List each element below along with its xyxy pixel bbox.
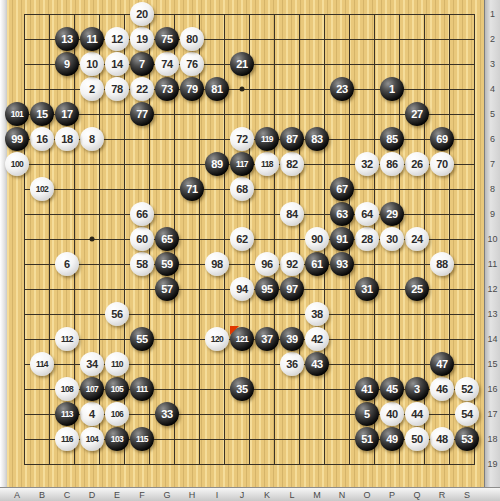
stone-number: 9 [64,59,70,70]
stone-number: 13 [61,34,73,45]
stone-number: 59 [161,259,173,270]
stone-number: 1 [389,84,395,95]
stone-79[interactable]: 79 [180,77,204,101]
stone-number: 56 [111,309,123,320]
stone-number: 100 [11,160,23,169]
stone-9[interactable]: 9 [55,52,79,76]
stone-number: 62 [236,234,248,245]
stone-95[interactable]: 95 [255,277,279,301]
stone-66[interactable]: 66 [130,202,154,226]
stone-49[interactable]: 49 [380,427,404,451]
stone-number: 78 [111,84,123,95]
stone-number: 7 [139,59,145,70]
stone-number: 89 [211,159,223,170]
stones-layer: 1234567891011121314151617181920212223242… [0,0,500,501]
stone-50[interactable]: 50 [405,427,429,451]
stone-106[interactable]: 106 [105,402,129,426]
stone-33[interactable]: 33 [155,402,179,426]
stone-number: 96 [261,259,273,270]
stone-93[interactable]: 93 [330,252,354,276]
stone-118[interactable]: 118 [255,152,279,176]
stone-number: 12 [111,34,123,45]
stone-number: 112 [61,335,73,344]
column-label: E [114,490,120,500]
stone-number: 81 [211,84,223,95]
stone-number: 34 [86,359,98,370]
column-label: B [39,490,45,500]
stone-20[interactable]: 20 [130,2,154,26]
stone-21[interactable]: 21 [230,52,254,76]
column-label: K [264,490,270,500]
stone-number: 120 [211,335,223,344]
stone-number: 3 [414,384,420,395]
stone-number: 18 [61,134,73,145]
stone-111[interactable]: 111 [130,377,154,401]
stone-74[interactable]: 74 [155,52,179,76]
stone-number: 104 [86,435,98,444]
stone-number: 11 [86,34,97,45]
stone-number: 55 [136,334,148,345]
column-coordinates: ABCDEFGHIJKLMNOPQRS [0,487,500,501]
stone-number: 76 [186,59,198,70]
stone-89[interactable]: 89 [205,152,229,176]
stone-number: 66 [136,209,148,220]
stone-101[interactable]: 101 [5,102,29,126]
column-label: I [216,490,219,500]
stone-114[interactable]: 114 [30,352,54,376]
stone-110[interactable]: 110 [105,352,129,376]
stone-number: 102 [36,185,48,194]
stone-51[interactable]: 51 [355,427,379,451]
column-label: S [464,490,470,500]
stone-number: 115 [136,435,148,444]
stone-90[interactable]: 90 [305,227,329,251]
stone-number: 80 [186,34,198,45]
stone-99[interactable]: 99 [5,127,29,151]
stone-number: 2 [89,84,95,95]
stone-35[interactable]: 35 [230,377,254,401]
stone-102[interactable]: 102 [30,177,54,201]
stone-115[interactable]: 115 [130,427,154,451]
stone-number: 67 [336,184,348,195]
stone-number: 35 [236,384,248,395]
stone-68[interactable]: 68 [230,177,254,201]
stone-number: 51 [361,434,373,445]
stone-45[interactable]: 45 [380,377,404,401]
stone-105[interactable]: 105 [105,377,129,401]
stone-number: 103 [111,435,123,444]
stone-46[interactable]: 46 [430,377,454,401]
stone-43[interactable]: 43 [305,352,329,376]
column-label: H [189,490,196,500]
stone-31[interactable]: 31 [355,277,379,301]
stone-number: 5 [364,409,370,420]
stone-number: 92 [286,259,298,270]
stone-number: 65 [161,234,173,245]
stone-number: 71 [186,184,198,195]
stone-96[interactable]: 96 [255,252,279,276]
stone-97[interactable]: 97 [280,277,304,301]
stone-14[interactable]: 14 [105,52,129,76]
stone-17[interactable]: 17 [55,102,79,126]
stone-103[interactable]: 103 [105,427,129,451]
stone-number: 45 [386,384,398,395]
stone-70[interactable]: 70 [430,152,454,176]
stone-6[interactable]: 6 [55,252,79,276]
stone-number: 41 [361,384,373,395]
stone-7[interactable]: 7 [130,52,154,76]
stone-2[interactable]: 2 [80,77,104,101]
stone-8[interactable]: 8 [80,127,104,151]
stone-120[interactable]: 120 [205,327,229,351]
stone-number: 53 [461,434,473,445]
stone-87[interactable]: 87 [280,127,304,151]
stone-83[interactable]: 83 [305,127,329,151]
stone-number: 49 [386,434,398,445]
stone-117[interactable]: 117 [230,152,254,176]
column-label: J [240,490,245,500]
stone-number: 69 [436,134,448,145]
stone-number: 42 [311,334,323,345]
stone-77[interactable]: 77 [130,102,154,126]
stone-55[interactable]: 55 [130,327,154,351]
stone-56[interactable]: 56 [105,302,129,326]
stone-number: 79 [186,84,198,95]
column-label: P [389,490,395,500]
stone-number: 119 [261,135,273,144]
stone-number: 75 [161,34,173,45]
stone-number: 29 [386,209,398,220]
stone-number: 107 [86,385,98,394]
column-label: G [163,490,170,500]
column-label: C [64,490,71,500]
stone-72[interactable]: 72 [230,127,254,151]
stone-81[interactable]: 81 [205,77,229,101]
stone-24[interactable]: 24 [405,227,429,251]
stone-number: 32 [361,159,373,170]
stone-number: 38 [311,309,323,320]
stone-75[interactable]: 75 [155,27,179,51]
stone-number: 98 [211,259,223,270]
stone-number: 90 [311,234,323,245]
stone-number: 47 [436,359,448,370]
stone-number: 39 [286,334,298,345]
stone-100[interactable]: 100 [5,152,29,176]
stone-number: 108 [61,385,73,394]
stone-number: 60 [136,234,148,245]
stone-13[interactable]: 13 [55,27,79,51]
stone-82[interactable]: 82 [280,152,304,176]
stone-number: 16 [36,134,48,145]
stone-number: 43 [311,359,323,370]
stone-73[interactable]: 73 [155,77,179,101]
stone-number: 113 [61,410,73,419]
stone-62[interactable]: 62 [230,227,254,251]
stone-19[interactable]: 19 [130,27,154,51]
stone-number: 95 [261,284,273,295]
column-label: F [139,490,145,500]
stone-number: 110 [111,360,123,369]
column-label: M [313,490,321,500]
stone-26[interactable]: 26 [405,152,429,176]
stone-86[interactable]: 86 [380,152,404,176]
stone-71[interactable]: 71 [180,177,204,201]
stone-number: 68 [236,184,248,195]
stone-number: 44 [411,409,423,420]
go-game-diagram: 1234567891011121314151617181920212223242… [0,0,500,501]
stone-91[interactable]: 91 [330,227,354,251]
stone-1[interactable]: 1 [380,77,404,101]
stone-number: 17 [61,109,73,120]
stone-number: 33 [161,409,173,420]
column-label: R [439,490,446,500]
stone-number: 10 [86,59,98,70]
stone-number: 63 [336,209,348,220]
stone-42[interactable]: 42 [305,327,329,351]
stone-53[interactable]: 53 [455,427,479,451]
column-label: N [339,490,346,500]
stone-number: 101 [11,110,23,119]
stone-number: 57 [161,284,173,295]
stone-92[interactable]: 92 [280,252,304,276]
stone-69[interactable]: 69 [430,127,454,151]
stone-38[interactable]: 38 [305,302,329,326]
stone-98[interactable]: 98 [205,252,229,276]
stone-number: 54 [461,409,473,420]
stone-number: 105 [111,385,123,394]
stone-number: 19 [136,34,148,45]
column-label: L [289,490,294,500]
stone-number: 28 [361,234,373,245]
last-move-marker-icon [230,326,239,335]
stone-number: 25 [411,284,423,295]
column-label: A [14,490,20,500]
stone-number: 74 [161,59,173,70]
stone-63[interactable]: 63 [330,202,354,226]
stone-113[interactable]: 113 [55,402,79,426]
stone-number: 6 [64,259,70,270]
stone-number: 52 [461,384,473,395]
stone-61[interactable]: 61 [305,252,329,276]
stone-number: 27 [411,109,423,120]
stone-number: 106 [111,410,123,419]
stone-number: 94 [236,284,248,295]
stone-64[interactable]: 64 [355,202,379,226]
column-label: O [363,490,370,500]
stone-number: 72 [236,134,248,145]
stone-34[interactable]: 34 [80,352,104,376]
stone-number: 58 [136,259,148,270]
stone-4[interactable]: 4 [80,402,104,426]
stone-28[interactable]: 28 [355,227,379,251]
stone-number: 21 [236,59,248,70]
stone-number: 37 [261,334,273,345]
stone-11[interactable]: 11 [80,27,104,51]
stone-number: 22 [136,84,148,95]
stone-number: 15 [36,109,48,120]
stone-12[interactable]: 12 [105,27,129,51]
stone-number: 111 [136,385,147,394]
stone-54[interactable]: 54 [455,402,479,426]
stone-number: 20 [136,9,148,20]
column-label: Q [413,490,420,500]
stone-119[interactable]: 119 [255,127,279,151]
stone-3[interactable]: 3 [405,377,429,401]
stone-number: 93 [336,259,348,270]
stone-40[interactable]: 40 [380,402,404,426]
stone-number: 86 [386,159,398,170]
stone-85[interactable]: 85 [380,127,404,151]
stone-number: 50 [411,434,423,445]
stone-number: 97 [286,284,298,295]
stone-number: 8 [89,134,95,145]
stone-60[interactable]: 60 [130,227,154,251]
stone-27[interactable]: 27 [405,102,429,126]
stone-number: 82 [286,159,298,170]
stone-5[interactable]: 5 [355,402,379,426]
stone-78[interactable]: 78 [105,77,129,101]
stone-67[interactable]: 67 [330,177,354,201]
stone-37[interactable]: 37 [255,327,279,351]
stone-84[interactable]: 84 [280,202,304,226]
stone-47[interactable]: 47 [430,352,454,376]
stone-number: 87 [286,134,298,145]
stone-23[interactable]: 23 [330,77,354,101]
stone-18[interactable]: 18 [55,127,79,151]
stone-number: 84 [286,209,298,220]
stone-number: 24 [411,234,423,245]
stone-number: 91 [336,234,348,245]
stone-116[interactable]: 116 [55,427,79,451]
stone-80[interactable]: 80 [180,27,204,51]
stone-32[interactable]: 32 [355,152,379,176]
stone-58[interactable]: 58 [130,252,154,276]
stone-number: 116 [61,435,73,444]
stone-65[interactable]: 65 [155,227,179,251]
stone-number: 83 [311,134,323,145]
stone-48[interactable]: 48 [430,427,454,451]
stone-44[interactable]: 44 [405,402,429,426]
stone-52[interactable]: 52 [455,377,479,401]
stone-25[interactable]: 25 [405,277,429,301]
stone-number: 117 [236,160,248,169]
stone-number: 73 [161,84,173,95]
stone-number: 99 [11,134,23,145]
stone-22[interactable]: 22 [130,77,154,101]
stone-76[interactable]: 76 [180,52,204,76]
stone-number: 23 [336,84,348,95]
stone-36[interactable]: 36 [280,352,304,376]
column-label: D [89,490,96,500]
stone-number: 40 [386,409,398,420]
stone-112[interactable]: 112 [55,327,79,351]
stone-57[interactable]: 57 [155,277,179,301]
stone-number: 4 [89,409,95,420]
stone-108[interactable]: 108 [55,377,79,401]
stone-30[interactable]: 30 [380,227,404,251]
stone-107[interactable]: 107 [80,377,104,401]
stone-121[interactable]: 121 [230,327,254,351]
stone-number: 48 [436,434,448,445]
stone-number: 121 [236,335,248,344]
stone-10[interactable]: 10 [80,52,104,76]
stone-number: 77 [136,109,148,120]
stone-number: 88 [436,259,448,270]
stone-number: 14 [111,59,123,70]
stone-29[interactable]: 29 [380,202,404,226]
stone-15[interactable]: 15 [30,102,54,126]
stone-number: 118 [261,160,273,169]
stone-number: 30 [386,234,398,245]
stone-59[interactable]: 59 [155,252,179,276]
stone-number: 31 [361,284,373,295]
stone-88[interactable]: 88 [430,252,454,276]
stone-number: 61 [311,259,323,270]
stone-number: 85 [386,134,398,145]
stone-number: 46 [436,384,448,395]
stone-94[interactable]: 94 [230,277,254,301]
stone-16[interactable]: 16 [30,127,54,151]
stone-number: 70 [436,159,448,170]
stone-number: 114 [36,360,48,369]
stone-41[interactable]: 41 [355,377,379,401]
stone-number: 64 [361,209,373,220]
stone-104[interactable]: 104 [80,427,104,451]
stone-39[interactable]: 39 [280,327,304,351]
stone-number: 36 [286,359,298,370]
stone-number: 26 [411,159,423,170]
